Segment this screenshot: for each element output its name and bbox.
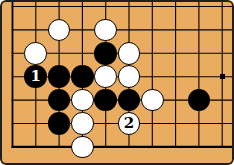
intersection <box>1 65 24 88</box>
intersection <box>1 112 24 135</box>
intersection <box>117 18 140 41</box>
intersection <box>24 112 47 135</box>
intersection <box>1 18 24 41</box>
intersection <box>117 42 140 65</box>
intersection <box>117 135 140 158</box>
intersection <box>187 18 210 41</box>
intersection <box>71 135 94 158</box>
intersection <box>71 42 94 65</box>
intersection <box>117 88 140 111</box>
intersection <box>211 18 234 41</box>
white-stone <box>71 136 94 159</box>
black-stone <box>48 89 71 112</box>
intersection <box>24 0 47 18</box>
intersection <box>94 135 117 158</box>
intersection <box>71 0 94 18</box>
intersection <box>164 135 187 158</box>
black-stone <box>188 89 211 112</box>
black-stone <box>48 112 71 135</box>
intersection <box>187 42 210 65</box>
white-stone <box>118 42 141 65</box>
intersection <box>94 0 117 18</box>
intersection <box>1 135 24 158</box>
intersection <box>211 88 234 111</box>
intersection <box>1 88 24 111</box>
intersection <box>47 135 70 158</box>
intersection <box>211 135 234 158</box>
intersection <box>187 112 210 135</box>
intersection <box>187 135 210 158</box>
intersection <box>187 65 210 88</box>
intersection <box>94 88 117 111</box>
intersection: 2 <box>117 112 140 135</box>
intersection <box>141 65 164 88</box>
white-stone <box>141 89 164 112</box>
intersection <box>71 65 94 88</box>
intersection <box>71 112 94 135</box>
intersection <box>94 65 117 88</box>
intersection <box>141 135 164 158</box>
intersection <box>24 42 47 65</box>
intersection <box>187 88 210 111</box>
intersection <box>164 0 187 18</box>
intersection <box>187 0 210 18</box>
white-stone <box>24 42 47 65</box>
intersection <box>164 65 187 88</box>
intersection <box>47 112 70 135</box>
intersection <box>71 18 94 41</box>
white-stone <box>48 19 71 42</box>
intersection <box>164 112 187 135</box>
intersection <box>164 18 187 41</box>
intersection <box>94 42 117 65</box>
intersection <box>141 42 164 65</box>
intersection <box>141 0 164 18</box>
intersection <box>211 42 234 65</box>
intersection <box>24 135 47 158</box>
white-stone <box>71 89 94 112</box>
intersection <box>24 88 47 111</box>
white-stone <box>71 112 94 135</box>
intersections-grid: 12 <box>1 0 234 159</box>
intersection <box>47 88 70 111</box>
intersection <box>47 0 70 18</box>
intersection <box>24 18 47 41</box>
intersection <box>141 18 164 41</box>
intersection <box>47 42 70 65</box>
intersection <box>1 0 24 18</box>
move-number-label: 2 <box>124 116 134 131</box>
white-stone: 2 <box>118 112 141 135</box>
intersection <box>94 112 117 135</box>
intersection: 1 <box>24 65 47 88</box>
intersection <box>47 65 70 88</box>
intersection <box>141 88 164 111</box>
black-stone <box>118 89 141 112</box>
white-stone <box>94 19 117 42</box>
black-stone <box>48 65 71 88</box>
intersection <box>141 112 164 135</box>
black-stone: 1 <box>24 65 47 88</box>
black-stone <box>94 42 117 65</box>
move-number-label: 1 <box>31 69 41 84</box>
intersection <box>47 18 70 41</box>
white-stone <box>118 65 141 88</box>
intersection <box>71 88 94 111</box>
intersection <box>1 42 24 65</box>
black-stone <box>94 89 117 112</box>
intersection <box>211 0 234 18</box>
white-stone <box>94 65 117 88</box>
intersection <box>117 65 140 88</box>
go-board-diagram: 12 <box>0 0 234 165</box>
intersection <box>211 65 234 88</box>
star-point-marker <box>220 74 225 79</box>
black-stone <box>71 65 94 88</box>
intersection <box>117 0 140 18</box>
intersection <box>94 18 117 41</box>
intersection <box>164 42 187 65</box>
intersection <box>211 112 234 135</box>
intersection <box>164 88 187 111</box>
